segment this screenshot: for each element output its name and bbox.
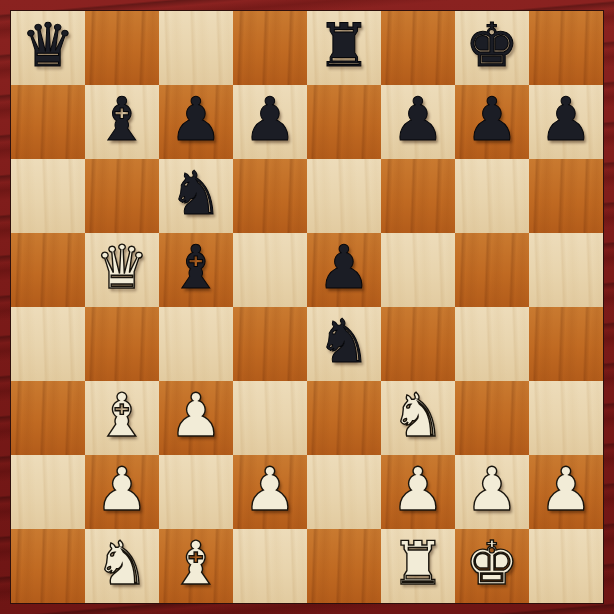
piece-black-pawn: ♟ xyxy=(317,237,371,297)
piece-white-pawn: ♟ xyxy=(391,459,445,519)
square-f1[interactable]: ♜ xyxy=(381,529,455,603)
piece-black-pawn: ♟ xyxy=(391,89,445,149)
square-a8[interactable]: ♛ xyxy=(11,11,85,85)
square-a6[interactable] xyxy=(11,159,85,233)
square-a4[interactable] xyxy=(11,307,85,381)
square-c4[interactable] xyxy=(159,307,233,381)
square-h1[interactable] xyxy=(529,529,603,603)
piece-black-pawn: ♟ xyxy=(169,89,223,149)
square-h3[interactable] xyxy=(529,381,603,455)
square-b6[interactable] xyxy=(85,159,159,233)
piece-black-knight: ♞ xyxy=(169,163,223,223)
piece-white-queen: ♛ xyxy=(95,237,149,297)
square-e2[interactable] xyxy=(307,455,381,529)
square-e1[interactable] xyxy=(307,529,381,603)
piece-black-king: ♚ xyxy=(465,15,519,75)
square-f4[interactable] xyxy=(381,307,455,381)
square-b4[interactable] xyxy=(85,307,159,381)
board-border: ♛♜♚♝♟♟♟♟♟♞♛♝♟♞♝♟♞♟♟♟♟♟♞♝♜♚ xyxy=(0,0,614,614)
piece-black-pawn: ♟ xyxy=(465,89,519,149)
piece-black-pawn: ♟ xyxy=(539,89,593,149)
square-g3[interactable] xyxy=(455,381,529,455)
piece-black-pawn: ♟ xyxy=(243,89,297,149)
piece-white-pawn: ♟ xyxy=(243,459,297,519)
square-h2[interactable]: ♟ xyxy=(529,455,603,529)
piece-white-bishop: ♝ xyxy=(95,385,149,445)
chess-board: ♛♜♚♝♟♟♟♟♟♞♛♝♟♞♝♟♞♟♟♟♟♟♞♝♜♚ xyxy=(10,10,604,604)
square-g6[interactable] xyxy=(455,159,529,233)
square-g2[interactable]: ♟ xyxy=(455,455,529,529)
square-d2[interactable]: ♟ xyxy=(233,455,307,529)
square-h6[interactable] xyxy=(529,159,603,233)
piece-black-knight: ♞ xyxy=(317,311,371,371)
square-h8[interactable] xyxy=(529,11,603,85)
square-e4[interactable]: ♞ xyxy=(307,307,381,381)
square-c5[interactable]: ♝ xyxy=(159,233,233,307)
square-b5[interactable]: ♛ xyxy=(85,233,159,307)
square-e8[interactable]: ♜ xyxy=(307,11,381,85)
square-c3[interactable]: ♟ xyxy=(159,381,233,455)
square-g5[interactable] xyxy=(455,233,529,307)
square-f3[interactable]: ♞ xyxy=(381,381,455,455)
square-b7[interactable]: ♝ xyxy=(85,85,159,159)
piece-white-king: ♚ xyxy=(465,533,519,593)
piece-white-pawn: ♟ xyxy=(95,459,149,519)
square-b2[interactable]: ♟ xyxy=(85,455,159,529)
piece-white-pawn: ♟ xyxy=(465,459,519,519)
square-h4[interactable] xyxy=(529,307,603,381)
square-d7[interactable]: ♟ xyxy=(233,85,307,159)
square-b1[interactable]: ♞ xyxy=(85,529,159,603)
square-g7[interactable]: ♟ xyxy=(455,85,529,159)
square-e7[interactable] xyxy=(307,85,381,159)
square-d4[interactable] xyxy=(233,307,307,381)
square-d3[interactable] xyxy=(233,381,307,455)
piece-black-rook: ♜ xyxy=(317,15,371,75)
square-d1[interactable] xyxy=(233,529,307,603)
square-d5[interactable] xyxy=(233,233,307,307)
square-f7[interactable]: ♟ xyxy=(381,85,455,159)
square-g4[interactable] xyxy=(455,307,529,381)
square-e6[interactable] xyxy=(307,159,381,233)
square-b3[interactable]: ♝ xyxy=(85,381,159,455)
square-f6[interactable] xyxy=(381,159,455,233)
square-a3[interactable] xyxy=(11,381,85,455)
square-a7[interactable] xyxy=(11,85,85,159)
square-e5[interactable]: ♟ xyxy=(307,233,381,307)
square-a2[interactable] xyxy=(11,455,85,529)
piece-black-queen: ♛ xyxy=(21,15,75,75)
square-f5[interactable] xyxy=(381,233,455,307)
square-c6[interactable]: ♞ xyxy=(159,159,233,233)
square-d8[interactable] xyxy=(233,11,307,85)
square-b8[interactable] xyxy=(85,11,159,85)
square-f8[interactable] xyxy=(381,11,455,85)
square-f2[interactable]: ♟ xyxy=(381,455,455,529)
square-a5[interactable] xyxy=(11,233,85,307)
piece-black-bishop: ♝ xyxy=(95,89,149,149)
square-h7[interactable]: ♟ xyxy=(529,85,603,159)
square-d6[interactable] xyxy=(233,159,307,233)
piece-white-bishop: ♝ xyxy=(169,533,223,593)
square-g8[interactable]: ♚ xyxy=(455,11,529,85)
square-a1[interactable] xyxy=(11,529,85,603)
piece-white-pawn: ♟ xyxy=(169,385,223,445)
piece-white-pawn: ♟ xyxy=(539,459,593,519)
square-e3[interactable] xyxy=(307,381,381,455)
piece-white-knight: ♞ xyxy=(95,533,149,593)
piece-white-knight: ♞ xyxy=(391,385,445,445)
square-c8[interactable] xyxy=(159,11,233,85)
square-h5[interactable] xyxy=(529,233,603,307)
square-c7[interactable]: ♟ xyxy=(159,85,233,159)
square-g1[interactable]: ♚ xyxy=(455,529,529,603)
square-c2[interactable] xyxy=(159,455,233,529)
piece-black-bishop: ♝ xyxy=(169,237,223,297)
square-c1[interactable]: ♝ xyxy=(159,529,233,603)
piece-white-rook: ♜ xyxy=(391,533,445,593)
